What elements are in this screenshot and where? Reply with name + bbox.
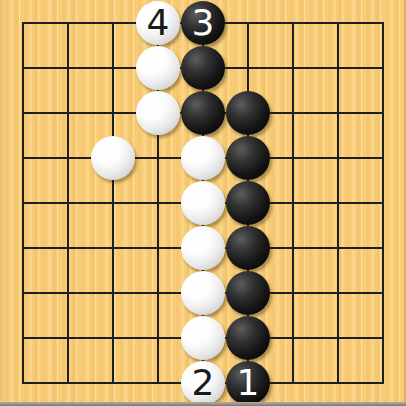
intersection[interactable] [361,46,406,91]
intersection[interactable] [316,316,361,361]
stone-white [181,136,225,180]
stone-black [181,46,225,90]
intersection[interactable]: 3 [181,1,226,46]
intersection[interactable] [361,316,406,361]
intersection[interactable] [226,271,271,316]
intersection[interactable] [136,91,181,136]
intersection[interactable] [181,181,226,226]
intersection[interactable] [316,1,361,46]
intersection[interactable] [361,91,406,136]
go-board[interactable]: 4321 [0,0,406,406]
intersection[interactable] [226,316,271,361]
intersection[interactable] [271,136,316,181]
intersection[interactable] [91,271,136,316]
intersection[interactable] [271,181,316,226]
move-number-label: 1 [237,365,260,401]
stone-black [226,226,270,270]
intersection[interactable] [91,226,136,271]
intersection[interactable] [136,136,181,181]
intersection[interactable] [226,181,271,226]
move-number-label: 2 [192,365,215,401]
stone-white [181,316,225,360]
stone-black [226,271,270,315]
intersection[interactable] [226,1,271,46]
intersection[interactable] [46,46,91,91]
move-number-label: 4 [147,5,170,41]
intersection[interactable] [361,136,406,181]
intersection[interactable] [316,271,361,316]
intersection[interactable] [136,271,181,316]
stone-black [181,91,225,135]
intersection[interactable] [181,136,226,181]
intersection[interactable] [361,181,406,226]
stone-white [136,46,180,90]
stone-white: 4 [136,1,180,45]
stone-white: 2 [181,361,225,405]
intersection[interactable] [226,136,271,181]
stone-white [181,226,225,270]
intersection[interactable] [46,271,91,316]
move-number-label: 3 [192,5,215,41]
intersection[interactable] [1,1,46,46]
intersection[interactable] [181,316,226,361]
intersection[interactable] [136,46,181,91]
intersection[interactable] [1,181,46,226]
intersection[interactable]: 1 [226,361,271,406]
intersection[interactable] [1,91,46,136]
stone-black: 3 [181,1,225,45]
intersection[interactable] [1,136,46,181]
intersection[interactable] [271,46,316,91]
intersection[interactable] [46,226,91,271]
intersection[interactable] [91,361,136,406]
intersection[interactable] [271,271,316,316]
intersection[interactable] [271,361,316,406]
intersection[interactable] [181,46,226,91]
intersection[interactable] [91,46,136,91]
intersection[interactable] [361,361,406,406]
stone-white [136,91,180,135]
stone-white [181,271,225,315]
intersection[interactable]: 2 [181,361,226,406]
stone-white [181,181,225,225]
intersection[interactable] [91,91,136,136]
stone-black [226,91,270,135]
intersection[interactable] [136,361,181,406]
intersection[interactable] [91,136,136,181]
stone-black: 1 [226,361,270,405]
intersection[interactable] [271,226,316,271]
board-edge-left [0,0,3,402]
stone-white [91,136,135,180]
intersection[interactable] [316,91,361,136]
intersection[interactable]: 4 [136,1,181,46]
intersection[interactable] [271,1,316,46]
intersection[interactable] [46,181,91,226]
intersection[interactable] [316,226,361,271]
intersection[interactable] [1,361,46,406]
board-edge-bottom [0,402,406,406]
intersection[interactable] [181,91,226,136]
intersection[interactable] [136,226,181,271]
intersection[interactable] [46,316,91,361]
intersection[interactable] [271,91,316,136]
intersection[interactable] [91,316,136,361]
intersection[interactable] [361,271,406,316]
intersection[interactable] [136,316,181,361]
intersection[interactable] [181,271,226,316]
intersection[interactable] [181,226,226,271]
stone-black [226,181,270,225]
stone-black [226,316,270,360]
intersection[interactable] [46,91,91,136]
intersection[interactable] [1,271,46,316]
intersection[interactable] [361,226,406,271]
intersection[interactable] [46,136,91,181]
intersection[interactable] [91,181,136,226]
intersection[interactable] [136,181,181,226]
intersection[interactable] [1,316,46,361]
intersection[interactable] [46,361,91,406]
intersection[interactable] [1,46,46,91]
intersection[interactable] [316,136,361,181]
intersection[interactable] [46,1,91,46]
intersection[interactable] [271,316,316,361]
intersection[interactable] [1,226,46,271]
intersection[interactable] [316,46,361,91]
intersection[interactable] [316,361,361,406]
intersection[interactable] [91,1,136,46]
intersection[interactable] [316,181,361,226]
intersection[interactable] [226,226,271,271]
intersection[interactable] [361,1,406,46]
board-grid: 4321 [1,1,406,406]
intersection[interactable] [226,91,271,136]
intersection[interactable] [226,46,271,91]
stone-black [226,136,270,180]
